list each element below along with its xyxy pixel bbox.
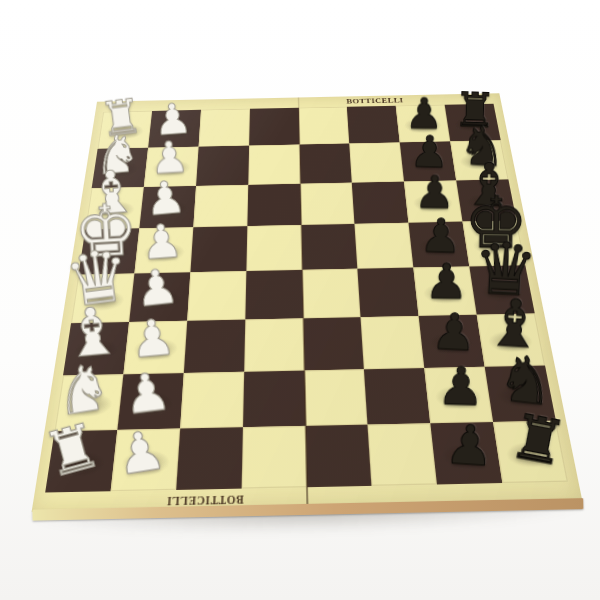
black-pawn[interactable]: ♟ — [419, 213, 462, 257]
white-pawn[interactable]: ♟ — [139, 218, 184, 264]
chess-set-photo: BOTTICELLI ♜♟♟♜♞♟♟♞♝♟♟♝♚♟♟♚♛♟♟♛♝♟♟♝♞♟♟♞♜… — [0, 0, 600, 600]
black-pawn[interactable]: ♟ — [425, 259, 469, 304]
square-d3[interactable] — [187, 271, 246, 320]
square-e5[interactable] — [301, 224, 358, 270]
square-h6[interactable] — [347, 106, 400, 144]
square-b3[interactable] — [180, 371, 244, 429]
board-tilt-wrapper: BOTTICELLI ♜♟♟♜♞♟♟♞♝♟♟♝♚♟♟♚♛♟♟♛♝♟♟♝♞♟♟♞♜… — [0, 0, 600, 600]
square-a5[interactable] — [305, 425, 372, 487]
square-h5[interactable] — [298, 107, 349, 145]
white-pawn[interactable]: ♟ — [120, 366, 173, 420]
square-e3[interactable] — [190, 226, 247, 272]
white-pawn[interactable]: ♟ — [128, 313, 177, 363]
square-d6[interactable] — [358, 268, 419, 317]
square-f3[interactable] — [193, 184, 248, 227]
square-f5[interactable] — [300, 182, 355, 225]
square-g4[interactable] — [248, 144, 300, 184]
square-h4[interactable] — [249, 108, 299, 146]
square-a6[interactable] — [368, 424, 437, 486]
square-f6[interactable] — [352, 181, 409, 224]
square-a2[interactable]: ♟ — [111, 429, 180, 491]
square-g5[interactable] — [299, 143, 352, 183]
square-d4[interactable] — [245, 270, 303, 319]
square-b5[interactable] — [304, 369, 368, 426]
square-g6[interactable] — [350, 142, 405, 182]
square-c6[interactable] — [361, 316, 425, 369]
square-a8[interactable]: ♜ — [493, 421, 568, 483]
square-a3[interactable] — [176, 428, 243, 490]
square-b6[interactable] — [364, 368, 430, 425]
white-pawn[interactable]: ♟ — [112, 423, 168, 480]
square-e6[interactable] — [355, 223, 414, 269]
white-pawn[interactable]: ♟ — [133, 264, 181, 313]
square-c4[interactable] — [244, 318, 304, 371]
square-b4[interactable] — [243, 370, 306, 427]
square-g3[interactable] — [196, 145, 249, 185]
square-c3[interactable] — [184, 319, 245, 372]
square-e4[interactable] — [246, 225, 302, 271]
square-a4[interactable] — [241, 426, 306, 488]
square-h3[interactable] — [198, 109, 249, 147]
square-c5[interactable] — [303, 317, 364, 370]
black-rook[interactable]: ♜ — [506, 408, 571, 474]
square-a1[interactable]: ♜ — [45, 430, 117, 492]
chess-board: BOTTICELLI ♜♟♟♜♞♟♟♞♝♟♟♝♚♟♟♚♛♟♟♛♝♟♟♝♞♟♟♞♜… — [32, 93, 583, 511]
brand-label-top: BOTTICELLI — [346, 96, 397, 106]
square-a7[interactable]: ♟ — [431, 422, 503, 484]
square-f4[interactable] — [247, 183, 301, 226]
black-pawn[interactable]: ♟ — [437, 361, 485, 411]
black-pawn[interactable]: ♟ — [444, 418, 496, 471]
square-d5[interactable] — [302, 269, 361, 318]
black-pawn[interactable]: ♟ — [431, 308, 478, 356]
